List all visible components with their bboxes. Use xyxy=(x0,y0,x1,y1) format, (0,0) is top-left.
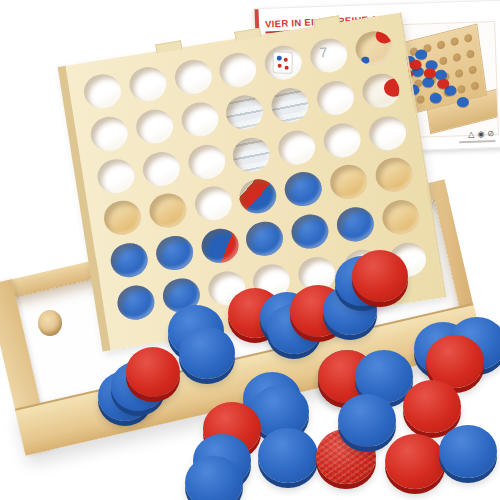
floor-blue-disc xyxy=(439,425,497,478)
floor-blue-disc xyxy=(338,394,396,447)
floor-discs-layer xyxy=(0,0,500,500)
floor-blue-disc xyxy=(258,428,318,483)
product-photo-scene: VIER IN EINER REIHE AUF... REISEN △◉⊘ 7 xyxy=(0,0,500,500)
floor-blue-disc xyxy=(185,456,243,500)
floor-red-disc xyxy=(385,434,445,489)
floor-red-disc xyxy=(403,380,461,433)
